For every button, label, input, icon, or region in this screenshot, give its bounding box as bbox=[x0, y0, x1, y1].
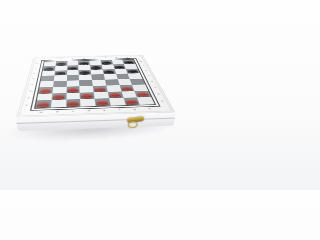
checker-red[interactable]: ⛂ bbox=[123, 98, 140, 106]
coord-label: 5 bbox=[147, 75, 150, 77]
rank-labels-right: 87654321 bbox=[138, 59, 166, 105]
coord-label: 6 bbox=[33, 73, 35, 75]
square-a5[interactable] bbox=[41, 76, 55, 82]
square-c2[interactable] bbox=[66, 92, 80, 99]
square-d2[interactable]: ⛂ bbox=[80, 92, 95, 99]
coord-label: 5 bbox=[32, 78, 34, 80]
square-a4[interactable] bbox=[39, 81, 53, 87]
coord-label: 7 bbox=[35, 68, 37, 70]
checker-red[interactable]: ⛂ bbox=[119, 85, 134, 92]
coord-label: 4 bbox=[30, 84, 33, 86]
square-f4[interactable] bbox=[105, 79, 119, 85]
checker-red[interactable]: ⛂ bbox=[135, 90, 152, 97]
square-f1[interactable] bbox=[109, 98, 125, 106]
square-g1[interactable]: ⛂ bbox=[123, 98, 140, 106]
coord-label: 7 bbox=[142, 65, 145, 66]
coord-label: g bbox=[133, 108, 136, 111]
square-a3[interactable]: ⛂ bbox=[38, 87, 53, 94]
coord-label: 4 bbox=[150, 80, 153, 82]
square-g3[interactable]: ⛂ bbox=[119, 85, 134, 92]
square-e2[interactable] bbox=[94, 92, 109, 99]
box-lid-seam bbox=[17, 118, 175, 124]
checker-red[interactable]: ⛂ bbox=[66, 86, 80, 93]
checker-red[interactable]: ⛂ bbox=[80, 92, 95, 99]
square-c1[interactable]: ⛂ bbox=[66, 99, 81, 107]
square-b1[interactable] bbox=[51, 100, 66, 108]
square-b4[interactable] bbox=[53, 81, 67, 87]
square-h3[interactable] bbox=[132, 84, 148, 91]
square-e4[interactable] bbox=[92, 80, 106, 86]
coord-label: b bbox=[56, 110, 59, 113]
coord-label: c bbox=[72, 110, 74, 113]
square-h4[interactable] bbox=[130, 79, 145, 85]
square-c3[interactable]: ⛂ bbox=[66, 86, 80, 93]
square-e3[interactable]: ⛂ bbox=[93, 85, 108, 92]
square-a2[interactable] bbox=[37, 93, 52, 100]
square-d3[interactable] bbox=[80, 86, 94, 93]
checker-red[interactable]: ⛂ bbox=[35, 100, 51, 108]
coord-label: 1 bbox=[160, 100, 163, 102]
checker-red[interactable]: ⛂ bbox=[93, 85, 108, 92]
square-f3[interactable] bbox=[106, 85, 121, 92]
square-f2[interactable]: ⛂ bbox=[107, 91, 123, 98]
coord-label: d bbox=[87, 109, 90, 112]
coord-label: 1 bbox=[25, 104, 28, 106]
coord-label: 8 bbox=[36, 63, 38, 64]
square-g2[interactable] bbox=[121, 91, 137, 98]
checker-red[interactable]: ⛂ bbox=[107, 91, 123, 98]
coord-label: 8 bbox=[140, 60, 142, 61]
coord-label: e bbox=[103, 109, 106, 112]
coord-label: 2 bbox=[157, 93, 160, 95]
checker-red[interactable]: ⛂ bbox=[95, 98, 111, 106]
square-b5[interactable] bbox=[54, 75, 67, 81]
square-d1[interactable] bbox=[80, 99, 95, 107]
game-box: abcdefgh abcdefgh 87654321 87654321 ⛂⛂⛂⛂… bbox=[16, 55, 176, 118]
coord-label: a bbox=[40, 111, 43, 114]
square-h1[interactable] bbox=[137, 97, 154, 105]
checkers-board: ⛂⛂⛂⛂⛂⛂⛂⛂⛂⛂⛂⛂⛂⛂⛂⛂⛂⛂⛂⛂⛂⛂⛂⛂ bbox=[34, 59, 156, 109]
coord-label: 3 bbox=[29, 90, 32, 92]
product-photo-stage: abcdefgh abcdefgh 87654321 87654321 ⛂⛂⛂⛂… bbox=[0, 0, 190, 190]
board-top-face: abcdefgh abcdefgh 87654321 87654321 ⛂⛂⛂⛂… bbox=[16, 55, 176, 118]
checker-red[interactable]: ⛂ bbox=[51, 93, 66, 100]
square-b3[interactable] bbox=[52, 87, 66, 94]
coord-label: 6 bbox=[145, 70, 148, 72]
square-b2[interactable]: ⛂ bbox=[51, 93, 66, 100]
square-h2[interactable]: ⛂ bbox=[135, 90, 152, 97]
coord-label: 3 bbox=[153, 86, 156, 88]
coord-label: f bbox=[119, 108, 121, 111]
coord-label: h bbox=[148, 107, 151, 110]
square-d4[interactable] bbox=[79, 80, 93, 86]
square-e1[interactable]: ⛂ bbox=[95, 98, 111, 106]
square-a1[interactable]: ⛂ bbox=[35, 100, 51, 108]
coord-label: 2 bbox=[27, 97, 30, 99]
square-c4[interactable] bbox=[66, 80, 79, 86]
checker-red[interactable]: ⛂ bbox=[38, 87, 53, 94]
checker-red[interactable]: ⛂ bbox=[66, 99, 81, 107]
